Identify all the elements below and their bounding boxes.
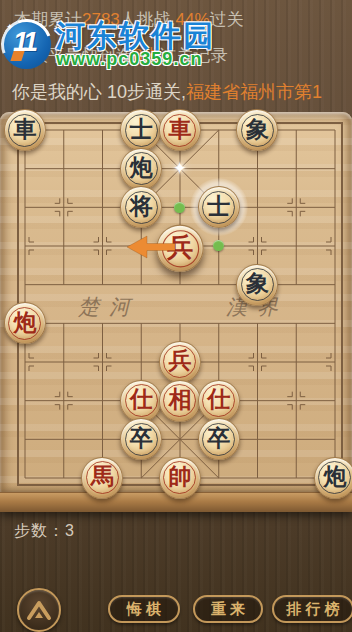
undo-button[interactable]: 悔棋	[108, 595, 180, 623]
piece-red-兵[interactable]: 兵	[159, 341, 201, 383]
expand-menu-button[interactable]	[17, 588, 61, 632]
piece-red-帥[interactable]: 帥	[159, 457, 201, 499]
piece-red-車[interactable]: 車	[159, 109, 201, 151]
piece-black-将[interactable]: 将	[120, 186, 162, 228]
piece-black-士[interactable]: 士	[120, 109, 162, 151]
piece-black-象[interactable]: 象	[236, 109, 278, 151]
sparkle-icon: ✦	[6, 22, 14, 32]
piece-black-卒[interactable]: 卒	[120, 418, 162, 460]
origin-sparkle-icon: ✦	[173, 160, 187, 177]
piece-red-炮[interactable]: 炮	[4, 302, 46, 344]
leaderboard-button[interactable]: 排行榜	[272, 595, 352, 623]
piece-red-相[interactable]: 相	[159, 380, 201, 422]
restart-button[interactable]: 重来	[193, 595, 263, 623]
challenge-stats-line: 本期累计2783人挑战,44%过关	[14, 8, 244, 31]
piece-black-炮[interactable]: 炮	[314, 457, 352, 499]
piece-black-士[interactable]: 士	[198, 186, 240, 228]
piece-red-馬[interactable]: 馬	[81, 457, 123, 499]
move-hint-dot[interactable]	[174, 202, 185, 213]
piece-layer: 車士車象炮将士兵象炮兵仕相仕卒卒馬帥炮✦	[6, 111, 352, 498]
puzzle-title-line: 你是我的心 10步通关,福建省福州市第1	[12, 80, 322, 104]
piece-black-炮[interactable]: 炮	[120, 148, 162, 190]
piece-black-車[interactable]: 車	[4, 109, 46, 151]
move-hint-dot[interactable]	[213, 240, 224, 251]
chevron-up-icon	[26, 599, 52, 621]
piece-black-卒[interactable]: 卒	[198, 418, 240, 460]
xiangqi-app: 本期累计2783人挑战,44%过关 赵根平最快创造8步过关记录 你是我的心 10…	[0, 0, 352, 632]
record-holder-line: 赵根平最快创造8步过关记录	[14, 44, 227, 67]
piece-red-仕[interactable]: 仕	[120, 380, 162, 422]
piece-red-兵[interactable]: 兵	[156, 225, 203, 272]
piece-red-仕[interactable]: 仕	[198, 380, 240, 422]
step-counter: 步数：3	[14, 521, 75, 542]
piece-black-象[interactable]: 象	[236, 264, 278, 306]
